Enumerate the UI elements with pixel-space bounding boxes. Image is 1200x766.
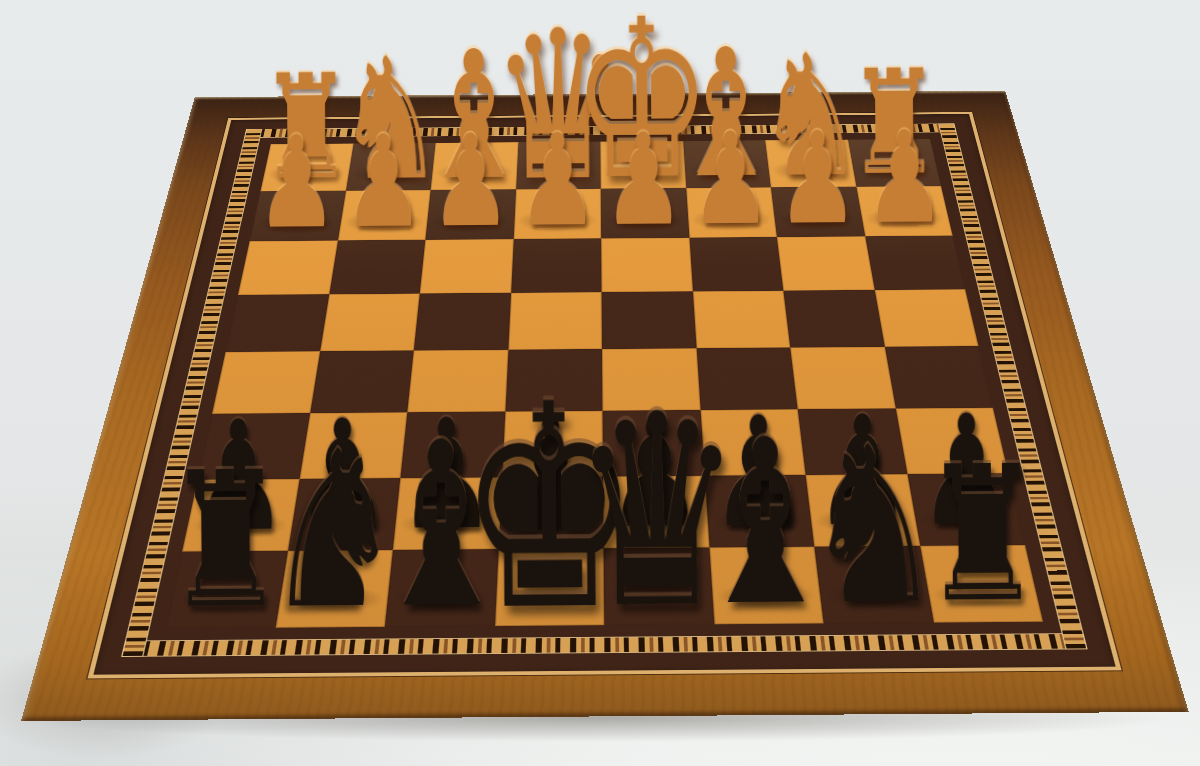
square-a1 <box>848 139 941 186</box>
square-h7 <box>182 479 299 551</box>
square-a5 <box>884 346 992 408</box>
square-e4 <box>508 292 602 350</box>
inlay-border-band-top <box>245 124 955 137</box>
square-b8 <box>814 545 933 623</box>
square-c7 <box>704 475 814 547</box>
square-f7 <box>393 477 502 549</box>
square-d5 <box>602 348 700 410</box>
square-g2 <box>338 190 431 241</box>
square-f1 <box>431 142 518 190</box>
square-h4 <box>226 294 329 352</box>
scene: ♜♞♝♛♚♝♞♜♟♟♟♟♟♟♟♟♟♟♟♟♟♟♟♟♜♞♝♚♛♝♞♜ <box>0 0 1200 766</box>
square-f8 <box>385 549 498 627</box>
inlay-border-band-bottom <box>123 634 1087 656</box>
square-c3 <box>689 237 783 291</box>
square-b4 <box>783 290 884 348</box>
square-e6 <box>502 410 603 477</box>
square-f4 <box>414 293 511 351</box>
square-g5 <box>310 350 414 412</box>
square-h3 <box>238 240 338 294</box>
square-a8 <box>920 545 1043 623</box>
square-h5 <box>212 351 319 413</box>
square-b7 <box>806 474 920 546</box>
square-b2 <box>771 186 865 237</box>
square-c5 <box>696 348 798 410</box>
square-d6 <box>602 410 704 477</box>
square-e3 <box>511 238 602 292</box>
square-d8 <box>604 547 714 625</box>
square-a4 <box>874 289 978 347</box>
square-a6 <box>895 407 1008 474</box>
square-c6 <box>700 409 806 476</box>
square-c8 <box>709 546 824 624</box>
square-e1 <box>516 142 601 190</box>
square-e8 <box>494 548 604 626</box>
square-c2 <box>686 187 777 238</box>
photo-backdrop: ♜♞♝♛♚♝♞♜♟♟♟♟♟♟♟♟♟♟♟♟♟♟♟♟♜♞♝♚♛♝♞♜ <box>0 0 1200 766</box>
square-g6 <box>299 412 407 479</box>
square-c4 <box>692 290 790 348</box>
square-h1 <box>261 143 354 191</box>
square-d7 <box>603 476 709 548</box>
square-f5 <box>407 350 508 412</box>
square-g3 <box>329 240 425 294</box>
board-inner-panel <box>93 114 1115 675</box>
square-h6 <box>198 413 310 480</box>
square-d4 <box>602 291 697 349</box>
square-b3 <box>777 236 874 290</box>
square-g1 <box>346 143 436 191</box>
chessboard <box>21 91 1189 721</box>
square-g8 <box>275 550 393 628</box>
square-g4 <box>320 293 420 351</box>
square-d2 <box>601 188 689 239</box>
square-e2 <box>513 188 601 239</box>
square-e7 <box>498 477 603 549</box>
square-h2 <box>250 190 346 241</box>
square-a7 <box>907 473 1025 545</box>
square-d3 <box>601 238 692 292</box>
square-b1 <box>765 140 856 187</box>
square-a3 <box>865 236 965 290</box>
square-b5 <box>790 347 895 409</box>
square-f2 <box>425 189 515 240</box>
playing-field <box>165 139 1043 629</box>
square-g7 <box>288 478 401 550</box>
square-c1 <box>683 140 771 187</box>
square-h8 <box>165 550 287 628</box>
square-d1 <box>600 141 685 189</box>
square-f3 <box>420 239 513 293</box>
square-e5 <box>505 349 603 411</box>
square-a2 <box>856 186 953 237</box>
square-b6 <box>798 408 907 475</box>
square-f6 <box>400 411 505 478</box>
